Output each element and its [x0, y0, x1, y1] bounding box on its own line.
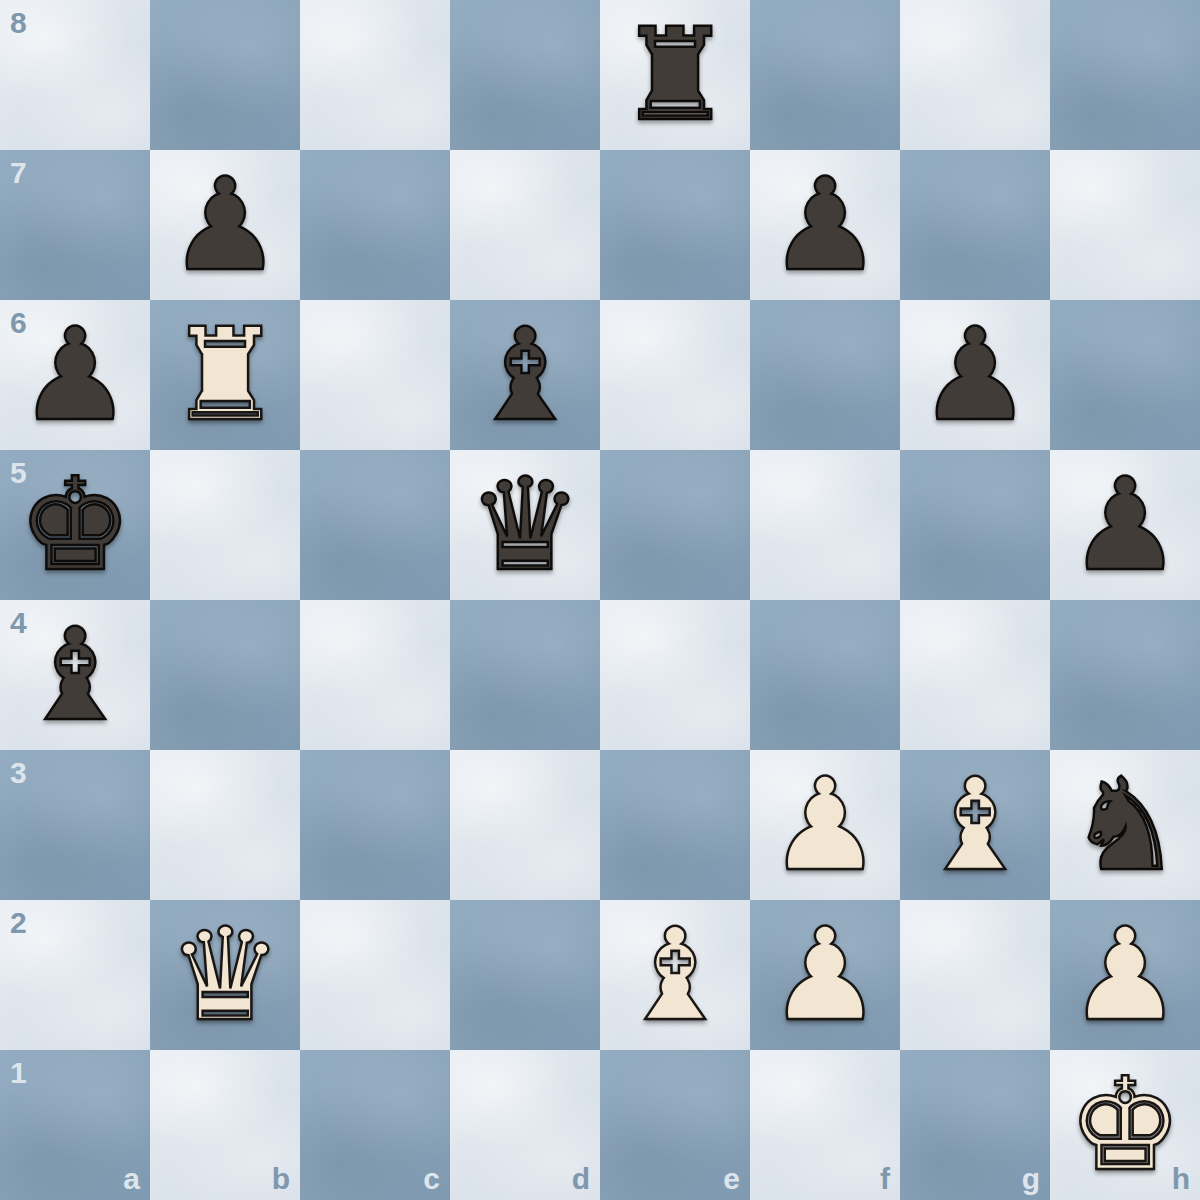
square-e1[interactable]: e: [600, 1050, 750, 1200]
square-b6[interactable]: ♜: [150, 300, 300, 450]
square-d1[interactable]: d: [450, 1050, 600, 1200]
piece-black-pawn-a6[interactable]: ♟: [0, 300, 150, 450]
file-label-g: g: [1022, 1162, 1040, 1196]
square-g4[interactable]: [900, 600, 1050, 750]
square-c5[interactable]: [300, 450, 450, 600]
square-b8[interactable]: [150, 0, 300, 150]
square-d6[interactable]: ♝: [450, 300, 600, 450]
file-label-f: f: [880, 1162, 890, 1196]
rank-label-8: 8: [10, 6, 27, 40]
square-h5[interactable]: ♟: [1050, 450, 1200, 600]
piece-black-pawn-g6[interactable]: ♟: [900, 300, 1050, 450]
piece-black-pawn-f7[interactable]: ♟: [750, 150, 900, 300]
piece-white-pawn-h2[interactable]: ♟: [1050, 900, 1200, 1050]
square-g2[interactable]: [900, 900, 1050, 1050]
square-b2[interactable]: ♛: [150, 900, 300, 1050]
square-e7[interactable]: [600, 150, 750, 300]
file-label-e: e: [723, 1162, 740, 1196]
piece-white-bishop-e2[interactable]: ♝: [600, 900, 750, 1050]
square-h8[interactable]: [1050, 0, 1200, 150]
square-g8[interactable]: [900, 0, 1050, 150]
square-f1[interactable]: f: [750, 1050, 900, 1200]
square-f8[interactable]: [750, 0, 900, 150]
square-g5[interactable]: [900, 450, 1050, 600]
file-label-b: b: [272, 1162, 290, 1196]
piece-black-pawn-b7[interactable]: ♟: [150, 150, 300, 300]
square-g7[interactable]: [900, 150, 1050, 300]
square-c1[interactable]: c: [300, 1050, 450, 1200]
square-b3[interactable]: [150, 750, 300, 900]
piece-black-queen-d5[interactable]: ♛: [450, 450, 600, 600]
square-d5[interactable]: ♛: [450, 450, 600, 600]
square-h6[interactable]: [1050, 300, 1200, 450]
piece-white-rook-b6[interactable]: ♜: [150, 300, 300, 450]
file-label-d: d: [572, 1162, 590, 1196]
piece-black-bishop-d6[interactable]: ♝: [450, 300, 600, 450]
rank-label-2: 2: [10, 906, 27, 940]
piece-black-pawn-h5[interactable]: ♟: [1050, 450, 1200, 600]
square-e2[interactable]: ♝: [600, 900, 750, 1050]
piece-white-queen-b2[interactable]: ♛: [150, 900, 300, 1050]
square-c7[interactable]: [300, 150, 450, 300]
rank-label-7: 7: [10, 156, 27, 190]
square-c3[interactable]: [300, 750, 450, 900]
chess-board: 8♜7♟♟6♟♜♝♟5♚♛♟4♝3♟♝♞2♛♝♟♟1abcdefgh♚: [0, 0, 1200, 1200]
piece-black-rook-e8[interactable]: ♜: [600, 0, 750, 150]
square-a7[interactable]: 7: [0, 150, 150, 300]
square-d4[interactable]: [450, 600, 600, 750]
square-c2[interactable]: [300, 900, 450, 1050]
square-d2[interactable]: [450, 900, 600, 1050]
square-h7[interactable]: [1050, 150, 1200, 300]
square-a2[interactable]: 2: [0, 900, 150, 1050]
square-a3[interactable]: 3: [0, 750, 150, 900]
square-f5[interactable]: [750, 450, 900, 600]
piece-white-pawn-f2[interactable]: ♟: [750, 900, 900, 1050]
square-f7[interactable]: ♟: [750, 150, 900, 300]
square-g3[interactable]: ♝: [900, 750, 1050, 900]
square-e8[interactable]: ♜: [600, 0, 750, 150]
piece-black-king-a5[interactable]: ♚: [0, 450, 150, 600]
square-e4[interactable]: [600, 600, 750, 750]
square-f6[interactable]: [750, 300, 900, 450]
piece-white-bishop-g3[interactable]: ♝: [900, 750, 1050, 900]
square-f2[interactable]: ♟: [750, 900, 900, 1050]
square-h4[interactable]: [1050, 600, 1200, 750]
square-a8[interactable]: 8: [0, 0, 150, 150]
square-a5[interactable]: 5♚: [0, 450, 150, 600]
square-d7[interactable]: [450, 150, 600, 300]
rank-label-1: 1: [10, 1056, 27, 1090]
square-g6[interactable]: ♟: [900, 300, 1050, 450]
square-h1[interactable]: h♚: [1050, 1050, 1200, 1200]
piece-black-knight-h3[interactable]: ♞: [1050, 750, 1200, 900]
square-a6[interactable]: 6♟: [0, 300, 150, 450]
square-d3[interactable]: [450, 750, 600, 900]
piece-white-king-h1[interactable]: ♚: [1050, 1050, 1200, 1200]
square-b4[interactable]: [150, 600, 300, 750]
square-d8[interactable]: [450, 0, 600, 150]
square-b5[interactable]: [150, 450, 300, 600]
square-h3[interactable]: ♞: [1050, 750, 1200, 900]
square-c4[interactable]: [300, 600, 450, 750]
file-label-c: c: [423, 1162, 440, 1196]
square-f3[interactable]: ♟: [750, 750, 900, 900]
piece-white-pawn-f3[interactable]: ♟: [750, 750, 900, 900]
rank-label-3: 3: [10, 756, 27, 790]
square-c8[interactable]: [300, 0, 450, 150]
square-g1[interactable]: g: [900, 1050, 1050, 1200]
square-e3[interactable]: [600, 750, 750, 900]
square-a4[interactable]: 4♝: [0, 600, 150, 750]
square-a1[interactable]: 1a: [0, 1050, 150, 1200]
square-b1[interactable]: b: [150, 1050, 300, 1200]
square-e5[interactable]: [600, 450, 750, 600]
piece-black-bishop-a4[interactable]: ♝: [0, 600, 150, 750]
square-h2[interactable]: ♟: [1050, 900, 1200, 1050]
square-c6[interactable]: [300, 300, 450, 450]
square-b7[interactable]: ♟: [150, 150, 300, 300]
square-f4[interactable]: [750, 600, 900, 750]
file-label-a: a: [123, 1162, 140, 1196]
square-e6[interactable]: [600, 300, 750, 450]
